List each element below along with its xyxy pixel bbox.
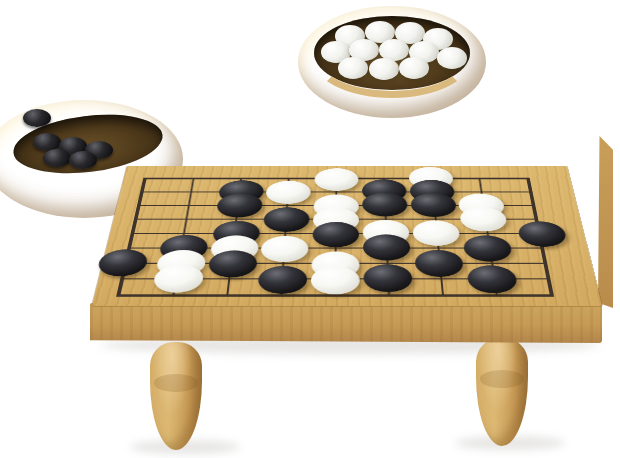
white-stone-r8c5 [310,267,359,295]
white-stone-bowl [298,6,486,118]
black-stone-r8c8 [466,266,519,294]
white-stone-r5c7 [412,220,461,245]
black-stone-r5c9 [517,221,569,246]
board-leg-left [150,342,202,450]
black-stone-r6c8 [463,235,514,261]
black-stone-r3c7 [410,193,457,217]
black-stone-r8c6 [363,264,413,292]
white-bowl-rim [310,12,474,98]
go-scene [0,0,620,458]
board-leg-right [476,338,528,446]
black-stone-r3c3 [215,193,263,217]
black-stone-r6c6 [363,234,411,260]
go-board [92,148,602,306]
white-stone-r6c4 [260,236,309,262]
black-stone-r8c4 [257,266,308,294]
black-stone-r7c1 [96,249,150,276]
black-stone-r3c6 [362,192,408,216]
black-stone-r5c5 [312,222,359,247]
bowl-black-stone [43,149,71,167]
white-stone-r2c4 [265,181,311,204]
white-stone-r1c5 [314,168,358,191]
board-top-surface [92,166,602,306]
board-front-face [90,303,602,343]
bowl-black-stone [23,109,51,127]
black-stone-r4c4 [263,207,310,232]
board-grid [116,178,554,297]
black-stone-r7c7 [414,250,464,277]
